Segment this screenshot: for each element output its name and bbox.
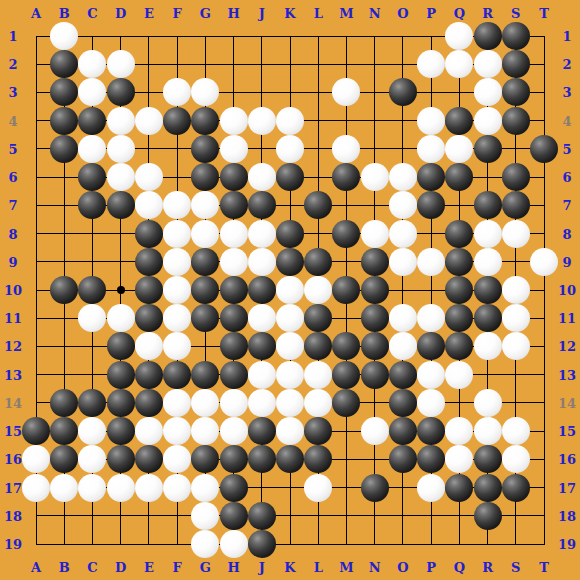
white-stone-O11[interactable] (389, 304, 417, 332)
white-stone-H19[interactable] (220, 530, 248, 558)
black-stone-B10[interactable] (50, 276, 78, 304)
coordinate-label-top: R (482, 6, 493, 21)
coordinate-label-bottom: G (200, 560, 211, 575)
black-stone-K16[interactable] (276, 445, 304, 473)
black-stone-E13[interactable] (135, 361, 163, 389)
white-stone-F8[interactable] (163, 220, 191, 248)
coordinate-label-bottom: D (115, 560, 126, 575)
white-stone-F10[interactable] (163, 276, 191, 304)
white-stone-Q5[interactable] (445, 135, 473, 163)
black-stone-Q9[interactable] (445, 248, 473, 276)
white-stone-S16[interactable] (502, 445, 530, 473)
coordinate-label-right: 18 (558, 508, 576, 523)
black-stone-E10[interactable] (135, 276, 163, 304)
coordinate-label-top: O (397, 6, 408, 21)
white-stone-Q13[interactable] (445, 361, 473, 389)
white-stone-P11[interactable] (417, 304, 445, 332)
black-stone-J7[interactable] (248, 191, 276, 219)
black-stone-B4[interactable] (50, 107, 78, 135)
coordinate-label-left: 6 (8, 170, 17, 185)
coordinate-label-left: 15 (4, 424, 22, 439)
coordinate-label-bottom: L (314, 560, 323, 575)
black-stone-O15[interactable] (389, 417, 417, 445)
white-stone-P17[interactable] (417, 474, 445, 502)
black-stone-G5[interactable] (191, 135, 219, 163)
black-stone-R17[interactable] (474, 474, 502, 502)
white-stone-B17[interactable] (50, 474, 78, 502)
coordinate-label-top: N (369, 6, 381, 21)
coordinate-label-right: 13 (558, 367, 576, 382)
black-stone-C10[interactable] (78, 276, 106, 304)
black-stone-M6[interactable] (332, 163, 360, 191)
white-stone-L10[interactable] (304, 276, 332, 304)
black-stone-J15[interactable] (248, 417, 276, 445)
black-stone-C14[interactable] (78, 389, 106, 417)
coordinate-label-top: E (144, 6, 154, 21)
coordinate-label-top: F (172, 6, 181, 21)
white-stone-J9[interactable] (248, 248, 276, 276)
white-stone-C17[interactable] (78, 474, 106, 502)
black-stone-N17[interactable] (361, 474, 389, 502)
white-stone-D11[interactable] (107, 304, 135, 332)
star-point (117, 286, 125, 294)
coordinate-label-left: 9 (8, 254, 17, 269)
go-board: AA11BB22CC33DD44EE55FF66GG77HH88JJ99KK10… (0, 0, 580, 580)
white-stone-D17[interactable] (107, 474, 135, 502)
white-stone-G14[interactable] (191, 389, 219, 417)
black-stone-C6[interactable] (78, 163, 106, 191)
black-stone-P7[interactable] (417, 191, 445, 219)
white-stone-K5[interactable] (276, 135, 304, 163)
coordinate-label-left: 17 (4, 480, 22, 495)
white-stone-E7[interactable] (135, 191, 163, 219)
black-stone-M10[interactable] (332, 276, 360, 304)
coordinate-label-top: T (539, 6, 549, 21)
white-stone-E15[interactable] (135, 417, 163, 445)
white-stone-C15[interactable] (78, 417, 106, 445)
black-stone-O3[interactable] (389, 78, 417, 106)
white-stone-R12[interactable] (474, 332, 502, 360)
coordinate-label-right: 4 (562, 113, 571, 128)
white-stone-P13[interactable] (417, 361, 445, 389)
black-stone-S7[interactable] (502, 191, 530, 219)
black-stone-T5[interactable] (530, 135, 558, 163)
white-stone-R4[interactable] (474, 107, 502, 135)
grid-line-horizontal (36, 515, 545, 516)
black-stone-B2[interactable] (50, 50, 78, 78)
black-stone-S3[interactable] (502, 78, 530, 106)
coordinate-label-left: 1 (8, 29, 17, 44)
black-stone-G6[interactable] (191, 163, 219, 191)
white-stone-O6[interactable] (389, 163, 417, 191)
coordinate-label-bottom: M (339, 560, 353, 575)
black-stone-P16[interactable] (417, 445, 445, 473)
white-stone-R8[interactable] (474, 220, 502, 248)
white-stone-E12[interactable] (135, 332, 163, 360)
coordinate-label-top: Q (454, 6, 465, 21)
black-stone-M13[interactable] (332, 361, 360, 389)
coordinate-label-bottom: K (284, 560, 295, 575)
white-stone-P4[interactable] (417, 107, 445, 135)
coordinate-label-right: 3 (562, 85, 571, 100)
coordinate-label-right: 15 (558, 424, 576, 439)
black-stone-Q11[interactable] (445, 304, 473, 332)
black-stone-R18[interactable] (474, 502, 502, 530)
white-stone-G18[interactable] (191, 502, 219, 530)
white-stone-H9[interactable] (220, 248, 248, 276)
white-stone-F17[interactable] (163, 474, 191, 502)
black-stone-N10[interactable] (361, 276, 389, 304)
coordinate-label-top: G (200, 6, 211, 21)
coordinate-label-top: K (284, 6, 295, 21)
black-stone-D7[interactable] (107, 191, 135, 219)
black-stone-E14[interactable] (135, 389, 163, 417)
white-stone-H8[interactable] (220, 220, 248, 248)
coordinate-label-right: 12 (558, 339, 576, 354)
coordinate-label-bottom: T (539, 560, 549, 575)
black-stone-K8[interactable] (276, 220, 304, 248)
white-stone-L17[interactable] (304, 474, 332, 502)
white-stone-K11[interactable] (276, 304, 304, 332)
black-stone-D13[interactable] (107, 361, 135, 389)
white-stone-F7[interactable] (163, 191, 191, 219)
coordinate-label-top: J (259, 6, 265, 21)
coordinate-label-left: 7 (8, 198, 17, 213)
white-stone-L14[interactable] (304, 389, 332, 417)
coordinate-label-left: 18 (4, 508, 22, 523)
black-stone-G16[interactable] (191, 445, 219, 473)
white-stone-G19[interactable] (191, 530, 219, 558)
coordinate-label-bottom: P (426, 560, 436, 575)
black-stone-H18[interactable] (220, 502, 248, 530)
coordinate-label-left: 5 (8, 141, 17, 156)
white-stone-G3[interactable] (191, 78, 219, 106)
coordinate-label-left: 12 (4, 339, 22, 354)
white-stone-P2[interactable] (417, 50, 445, 78)
black-stone-E16[interactable] (135, 445, 163, 473)
grid-line-vertical (544, 36, 545, 545)
white-stone-C2[interactable] (78, 50, 106, 78)
white-stone-E6[interactable] (135, 163, 163, 191)
coordinate-label-left: 4 (8, 113, 17, 128)
black-stone-M14[interactable] (332, 389, 360, 417)
black-stone-K9[interactable] (276, 248, 304, 276)
coordinate-label-bottom: S (511, 560, 520, 575)
coordinate-label-left: 11 (4, 311, 22, 326)
black-stone-L12[interactable] (304, 332, 332, 360)
black-stone-H17[interactable] (220, 474, 248, 502)
white-stone-N8[interactable] (361, 220, 389, 248)
black-stone-S1[interactable] (502, 22, 530, 50)
black-stone-D15[interactable] (107, 417, 135, 445)
coordinate-label-bottom: A (31, 560, 41, 575)
grid-line-horizontal (36, 544, 545, 545)
coordinate-label-left: 16 (4, 452, 22, 467)
black-stone-O13[interactable] (389, 361, 417, 389)
black-stone-Q4[interactable] (445, 107, 473, 135)
black-stone-D16[interactable] (107, 445, 135, 473)
white-stone-S8[interactable] (502, 220, 530, 248)
black-stone-L9[interactable] (304, 248, 332, 276)
white-stone-H5[interactable] (220, 135, 248, 163)
white-stone-J6[interactable] (248, 163, 276, 191)
white-stone-S11[interactable] (502, 304, 530, 332)
coordinate-label-top: A (31, 6, 41, 21)
black-stone-Q6[interactable] (445, 163, 473, 191)
black-stone-O16[interactable] (389, 445, 417, 473)
coordinate-label-bottom: O (397, 560, 408, 575)
black-stone-D14[interactable] (107, 389, 135, 417)
black-stone-E8[interactable] (135, 220, 163, 248)
black-stone-D12[interactable] (107, 332, 135, 360)
black-stone-E11[interactable] (135, 304, 163, 332)
black-stone-G4[interactable] (191, 107, 219, 135)
coordinate-label-bottom: J (259, 560, 265, 575)
black-stone-J16[interactable] (248, 445, 276, 473)
white-stone-F11[interactable] (163, 304, 191, 332)
black-stone-B15[interactable] (50, 417, 78, 445)
white-stone-E17[interactable] (135, 474, 163, 502)
black-stone-J12[interactable] (248, 332, 276, 360)
coordinate-label-left: 2 (8, 57, 17, 72)
coordinate-label-right: 16 (558, 452, 576, 467)
white-stone-P9[interactable] (417, 248, 445, 276)
white-stone-S15[interactable] (502, 417, 530, 445)
black-stone-N12[interactable] (361, 332, 389, 360)
black-stone-M8[interactable] (332, 220, 360, 248)
white-stone-D4[interactable] (107, 107, 135, 135)
white-stone-A16[interactable] (22, 445, 50, 473)
black-stone-G13[interactable] (191, 361, 219, 389)
white-stone-F12[interactable] (163, 332, 191, 360)
black-stone-F13[interactable] (163, 361, 191, 389)
coordinate-label-right: 6 (562, 170, 571, 185)
white-stone-O8[interactable] (389, 220, 417, 248)
white-stone-Q2[interactable] (445, 50, 473, 78)
black-stone-H16[interactable] (220, 445, 248, 473)
coordinate-label-bottom: H (227, 560, 239, 575)
white-stone-N15[interactable] (361, 417, 389, 445)
black-stone-J18[interactable] (248, 502, 276, 530)
black-stone-S6[interactable] (502, 163, 530, 191)
coordinate-label-top: B (59, 6, 70, 21)
white-stone-K13[interactable] (276, 361, 304, 389)
black-stone-C7[interactable] (78, 191, 106, 219)
black-stone-G10[interactable] (191, 276, 219, 304)
black-stone-D3[interactable] (107, 78, 135, 106)
white-stone-D5[interactable] (107, 135, 135, 163)
coordinate-label-top: S (511, 6, 520, 21)
white-stone-Q16[interactable] (445, 445, 473, 473)
black-stone-K6[interactable] (276, 163, 304, 191)
coordinate-label-right: 19 (558, 537, 576, 552)
black-stone-H6[interactable] (220, 163, 248, 191)
white-stone-J13[interactable] (248, 361, 276, 389)
coordinate-label-bottom: C (87, 560, 97, 575)
white-stone-R3[interactable] (474, 78, 502, 106)
black-stone-R7[interactable] (474, 191, 502, 219)
white-stone-J14[interactable] (248, 389, 276, 417)
white-stone-F15[interactable] (163, 417, 191, 445)
white-stone-H15[interactable] (220, 417, 248, 445)
coordinate-label-bottom: R (482, 560, 493, 575)
black-stone-P6[interactable] (417, 163, 445, 191)
white-stone-A17[interactable] (22, 474, 50, 502)
white-stone-K15[interactable] (276, 417, 304, 445)
white-stone-C5[interactable] (78, 135, 106, 163)
white-stone-S12[interactable] (502, 332, 530, 360)
black-stone-N11[interactable] (361, 304, 389, 332)
white-stone-Q15[interactable] (445, 417, 473, 445)
white-stone-K12[interactable] (276, 332, 304, 360)
white-stone-O7[interactable] (389, 191, 417, 219)
coordinate-label-left: 8 (8, 226, 17, 241)
coordinate-label-bottom: E (144, 560, 154, 575)
white-stone-R9[interactable] (474, 248, 502, 276)
black-stone-R5[interactable] (474, 135, 502, 163)
coordinate-label-bottom: B (59, 560, 70, 575)
black-stone-H12[interactable] (220, 332, 248, 360)
coordinate-label-bottom: N (369, 560, 381, 575)
coordinate-label-top: M (339, 6, 353, 21)
black-stone-F4[interactable] (163, 107, 191, 135)
black-stone-B14[interactable] (50, 389, 78, 417)
black-stone-L7[interactable] (304, 191, 332, 219)
white-stone-O12[interactable] (389, 332, 417, 360)
black-stone-N13[interactable] (361, 361, 389, 389)
white-stone-H4[interactable] (220, 107, 248, 135)
white-stone-K14[interactable] (276, 389, 304, 417)
white-stone-K10[interactable] (276, 276, 304, 304)
white-stone-G8[interactable] (191, 220, 219, 248)
white-stone-M3[interactable] (332, 78, 360, 106)
white-stone-F16[interactable] (163, 445, 191, 473)
coordinate-label-left: 10 (4, 283, 22, 298)
white-stone-J4[interactable] (248, 107, 276, 135)
coordinate-label-top: H (227, 6, 239, 21)
black-stone-R16[interactable] (474, 445, 502, 473)
white-stone-J11[interactable] (248, 304, 276, 332)
white-stone-C11[interactable] (78, 304, 106, 332)
white-stone-R2[interactable] (474, 50, 502, 78)
white-stone-H14[interactable] (220, 389, 248, 417)
white-stone-F9[interactable] (163, 248, 191, 276)
black-stone-S4[interactable] (502, 107, 530, 135)
white-stone-R14[interactable] (474, 389, 502, 417)
white-stone-F3[interactable] (163, 78, 191, 106)
black-stone-Q10[interactable] (445, 276, 473, 304)
coordinate-label-top: P (426, 6, 436, 21)
white-stone-O9[interactable] (389, 248, 417, 276)
black-stone-Q8[interactable] (445, 220, 473, 248)
coordinate-label-top: L (314, 6, 323, 21)
black-stone-A15[interactable] (22, 417, 50, 445)
coordinate-label-right: 7 (562, 198, 571, 213)
coordinate-label-right: 1 (562, 29, 571, 44)
black-stone-B16[interactable] (50, 445, 78, 473)
black-stone-Q12[interactable] (445, 332, 473, 360)
white-stone-E4[interactable] (135, 107, 163, 135)
black-stone-J10[interactable] (248, 276, 276, 304)
white-stone-C16[interactable] (78, 445, 106, 473)
black-stone-B5[interactable] (50, 135, 78, 163)
white-stone-P14[interactable] (417, 389, 445, 417)
white-stone-L13[interactable] (304, 361, 332, 389)
coordinate-label-top: C (87, 6, 97, 21)
white-stone-C3[interactable] (78, 78, 106, 106)
coordinate-label-left: 13 (4, 367, 22, 382)
black-stone-H7[interactable] (220, 191, 248, 219)
black-stone-S2[interactable] (502, 50, 530, 78)
black-stone-B3[interactable] (50, 78, 78, 106)
coordinate-label-left: 14 (4, 395, 22, 410)
white-stone-Q1[interactable] (445, 22, 473, 50)
coordinate-label-right: 8 (562, 226, 571, 241)
coordinate-label-bottom: F (172, 560, 181, 575)
white-stone-D2[interactable] (107, 50, 135, 78)
white-stone-N6[interactable] (361, 163, 389, 191)
coordinate-label-bottom: Q (454, 560, 465, 575)
black-stone-L16[interactable] (304, 445, 332, 473)
white-stone-T9[interactable] (530, 248, 558, 276)
coordinate-label-right: 11 (558, 311, 576, 326)
white-stone-J8[interactable] (248, 220, 276, 248)
white-stone-F14[interactable] (163, 389, 191, 417)
black-stone-M12[interactable] (332, 332, 360, 360)
black-stone-G11[interactable] (191, 304, 219, 332)
black-stone-R10[interactable] (474, 276, 502, 304)
white-stone-D6[interactable] (107, 163, 135, 191)
black-stone-S17[interactable] (502, 474, 530, 502)
black-stone-R1[interactable] (474, 22, 502, 50)
white-stone-S10[interactable] (502, 276, 530, 304)
coordinate-label-top: D (115, 6, 126, 21)
white-stone-R15[interactable] (474, 417, 502, 445)
coordinate-label-right: 14 (558, 395, 576, 410)
black-stone-J19[interactable] (248, 530, 276, 558)
coordinate-label-right: 5 (562, 141, 571, 156)
black-stone-N9[interactable] (361, 248, 389, 276)
black-stone-R11[interactable] (474, 304, 502, 332)
white-stone-B1[interactable] (50, 22, 78, 50)
black-stone-H13[interactable] (220, 361, 248, 389)
white-stone-K4[interactable] (276, 107, 304, 135)
black-stone-P12[interactable] (417, 332, 445, 360)
coordinate-label-left: 3 (8, 85, 17, 100)
white-stone-P5[interactable] (417, 135, 445, 163)
white-stone-G7[interactable] (191, 191, 219, 219)
black-stone-L15[interactable] (304, 417, 332, 445)
black-stone-H10[interactable] (220, 276, 248, 304)
white-stone-G17[interactable] (191, 474, 219, 502)
black-stone-H11[interactable] (220, 304, 248, 332)
black-stone-E9[interactable] (135, 248, 163, 276)
coordinate-label-right: 2 (562, 57, 571, 72)
black-stone-C4[interactable] (78, 107, 106, 135)
white-stone-G15[interactable] (191, 417, 219, 445)
black-stone-P15[interactable] (417, 417, 445, 445)
white-stone-M5[interactable] (332, 135, 360, 163)
black-stone-G9[interactable] (191, 248, 219, 276)
black-stone-O14[interactable] (389, 389, 417, 417)
coordinate-label-right: 17 (558, 480, 576, 495)
black-stone-Q17[interactable] (445, 474, 473, 502)
black-stone-L11[interactable] (304, 304, 332, 332)
coordinate-label-right: 10 (558, 283, 576, 298)
coordinate-label-right: 9 (562, 254, 571, 269)
coordinate-label-left: 19 (4, 537, 22, 552)
